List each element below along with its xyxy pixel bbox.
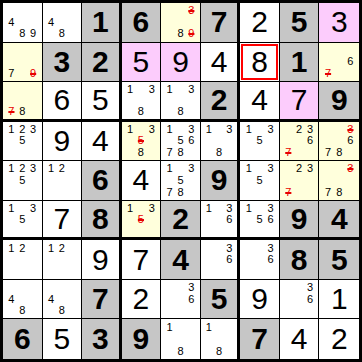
candidate-digit: 6 bbox=[265, 254, 276, 266]
candidate-grid: 3678 bbox=[319, 122, 359, 161]
cell-r4c4[interactable]: 1358 bbox=[122, 122, 162, 162]
cell-r1c5[interactable]: 389 bbox=[161, 3, 201, 43]
cell-r4c8[interactable]: 2367 bbox=[280, 122, 320, 162]
given-digit: 9 bbox=[211, 165, 228, 195]
candidate-digit: 3 bbox=[305, 163, 316, 175]
solved-digit: 4 bbox=[251, 85, 268, 115]
given-digit: 5 bbox=[331, 245, 348, 275]
cell-r6c6[interactable]: 136 bbox=[201, 201, 241, 241]
candidate-digit: 1 bbox=[243, 124, 254, 136]
candidate-digit: 8 bbox=[17, 28, 28, 40]
cell-r4c1[interactable]: 1235 bbox=[3, 122, 43, 162]
candidate-digit-eliminated: 7 bbox=[322, 68, 333, 80]
candidate-digit: 6 bbox=[224, 214, 234, 225]
cell-r5c8[interactable]: 237 bbox=[280, 161, 320, 201]
candidate-digit: 3 bbox=[146, 124, 157, 136]
cell-r7c1[interactable]: 12 bbox=[3, 240, 43, 280]
candidate-digit-eliminated: 9 bbox=[186, 28, 197, 40]
solved-digit: 4 bbox=[211, 47, 228, 77]
candidate-grid: 79 bbox=[3, 43, 42, 82]
solved-digit: 9 bbox=[172, 47, 189, 77]
candidate-grid: 237 bbox=[280, 161, 319, 200]
solved-digit: 7 bbox=[291, 85, 308, 115]
candidate-digit: 8 bbox=[175, 345, 186, 357]
given-digit: 6 bbox=[92, 165, 109, 195]
candidate-digit: 5 bbox=[17, 214, 28, 225]
candidate-grid: 389 bbox=[161, 3, 200, 42]
given-digit: 3 bbox=[53, 47, 70, 77]
candidate-digit: 6 bbox=[345, 56, 356, 68]
candidate-digit: 5 bbox=[254, 214, 265, 225]
candidate-digit: 3 bbox=[186, 282, 197, 294]
solved-digit: 7 bbox=[133, 245, 150, 275]
candidate-digit: 1 bbox=[46, 163, 57, 175]
cell-r3c2[interactable]: 6 bbox=[43, 82, 83, 122]
candidate-digit: 1 bbox=[164, 321, 175, 333]
cell-r6c9[interactable]: 4 bbox=[319, 201, 359, 241]
candidate-grid: 136 bbox=[201, 201, 238, 238]
candidate-grid: 48 bbox=[43, 3, 82, 42]
candidate-digit: 8 bbox=[175, 147, 186, 159]
solved-digit: 6 bbox=[53, 85, 70, 115]
cell-r8c7[interactable]: 9 bbox=[240, 280, 280, 320]
cell-r8c2[interactable]: 48 bbox=[43, 280, 83, 320]
cell-r2c1[interactable]: 79 bbox=[3, 43, 43, 83]
candidate-digit: 3 bbox=[146, 203, 157, 214]
cell-r9c6[interactable]: 18 bbox=[201, 319, 241, 359]
candidate-grid: 135 bbox=[240, 161, 279, 200]
cell-r2c2[interactable]: 3 bbox=[43, 43, 83, 83]
solved-digit: 5 bbox=[92, 85, 109, 115]
solved-digit: 1 bbox=[331, 284, 348, 314]
given-digit: 5 bbox=[211, 284, 228, 314]
cell-r5c5[interactable]: 13578 bbox=[161, 161, 201, 201]
candidate-grid: 135678 bbox=[161, 122, 200, 161]
sudoku-board: 4894816389725379325948167786513813824791… bbox=[0, 0, 362, 362]
candidate-grid: 36 bbox=[280, 280, 319, 319]
cell-r4c5[interactable]: 135678 bbox=[161, 122, 201, 162]
candidate-digit: 3 bbox=[28, 163, 39, 175]
cell-r5c4[interactable]: 4 bbox=[122, 161, 162, 201]
cell-r3c1[interactable]: 78 bbox=[3, 82, 43, 122]
candidate-digit: 8 bbox=[175, 106, 186, 117]
candidate-grid: 2367 bbox=[280, 122, 319, 161]
cell-r4c7[interactable]: 135 bbox=[240, 122, 280, 162]
candidate-digit-eliminated: 7 bbox=[283, 186, 294, 198]
cell-r7c7[interactable]: 36 bbox=[240, 240, 280, 280]
given-digit: 7 bbox=[211, 7, 228, 37]
given-digit: 3 bbox=[92, 324, 109, 354]
candidate-digit: 8 bbox=[214, 345, 224, 357]
candidate-digit: 8 bbox=[175, 186, 186, 198]
candidate-digit: 1 bbox=[164, 163, 175, 175]
given-digit: 6 bbox=[133, 7, 150, 37]
candidate-grid: 1356 bbox=[240, 201, 279, 238]
candidate-digit: 8 bbox=[56, 28, 67, 40]
cell-r5c2[interactable]: 12 bbox=[43, 161, 83, 201]
cell-r9c7[interactable]: 7 bbox=[240, 319, 280, 359]
cell-r2c3[interactable]: 2 bbox=[82, 43, 122, 83]
solved-digit: 4 bbox=[92, 126, 109, 156]
cell-r4c6[interactable]: 138 bbox=[201, 122, 241, 162]
cell-r1c4[interactable]: 6 bbox=[122, 3, 162, 43]
cell-r9c8[interactable]: 4 bbox=[280, 319, 320, 359]
solved-digit: 5 bbox=[53, 324, 70, 354]
candidate-digit: 7 bbox=[6, 68, 17, 80]
candidate-grid: 1235 bbox=[3, 161, 42, 200]
candidate-digit: 3 bbox=[186, 84, 197, 95]
candidate-digit-eliminated: 5 bbox=[136, 214, 147, 225]
candidate-digit: 3 bbox=[265, 163, 276, 175]
candidate-grid: 135 bbox=[3, 201, 42, 238]
candidate-digit: 3 bbox=[265, 124, 276, 136]
candidate-digit: 1 bbox=[204, 321, 214, 333]
cell-r6c5[interactable]: 2 bbox=[161, 201, 201, 241]
cell-r6c2[interactable]: 7 bbox=[43, 201, 83, 241]
candidate-digit: 1 bbox=[125, 203, 136, 214]
candidate-digit: 1 bbox=[204, 203, 214, 214]
candidate-digit: 8 bbox=[175, 28, 186, 40]
candidate-digit: 6 bbox=[345, 135, 356, 147]
cell-r1c3[interactable]: 1 bbox=[82, 3, 122, 43]
candidate-digit: 3 bbox=[305, 282, 316, 294]
candidate-digit: 2 bbox=[17, 163, 28, 175]
cell-r3c6[interactable]: 2 bbox=[201, 82, 241, 122]
solved-digit: 5 bbox=[133, 47, 150, 77]
candidate-grid: 48 bbox=[43, 280, 82, 319]
candidate-digit: 1 bbox=[243, 163, 254, 175]
cell-r1c9[interactable]: 3 bbox=[319, 3, 359, 43]
given-digit: 2 bbox=[211, 85, 228, 115]
solved-digit: 4 bbox=[291, 324, 308, 354]
candidate-digit: 7 bbox=[322, 147, 333, 159]
cell-r2c9[interactable]: 67 bbox=[319, 43, 359, 83]
cell-r4c3[interactable]: 4 bbox=[82, 122, 122, 162]
given-digit: 5 bbox=[291, 7, 308, 37]
candidate-grid: 135 bbox=[240, 122, 279, 161]
candidate-digit: 3 bbox=[28, 124, 39, 136]
cell-r3c7[interactable]: 4 bbox=[240, 82, 280, 122]
cell-r7c2[interactable]: 12 bbox=[43, 240, 83, 280]
solved-digit: 2 bbox=[251, 7, 268, 37]
cell-r7c8[interactable]: 8 bbox=[280, 240, 320, 280]
cell-r7c4[interactable]: 7 bbox=[122, 240, 162, 280]
cell-r5c3[interactable]: 6 bbox=[82, 161, 122, 201]
candidate-grid: 135 bbox=[122, 201, 161, 238]
candidate-digit: 6 bbox=[265, 214, 276, 225]
solved-digit: 9 bbox=[92, 245, 109, 275]
candidate-digit-eliminated: 7 bbox=[283, 147, 294, 159]
cell-r8c1[interactable]: 48 bbox=[3, 280, 43, 320]
candidate-digit: 8 bbox=[56, 305, 67, 317]
cell-r4c9[interactable]: 3678 bbox=[319, 122, 359, 162]
cell-r8c5[interactable]: 36 bbox=[161, 280, 201, 320]
candidate-digit: 6 bbox=[305, 293, 316, 305]
cell-r6c7[interactable]: 1356 bbox=[240, 201, 280, 241]
candidate-digit: 1 bbox=[164, 84, 175, 95]
candidate-digit: 1 bbox=[6, 124, 17, 136]
cell-r6c3[interactable]: 8 bbox=[82, 201, 122, 241]
candidate-grid: 138 bbox=[161, 82, 200, 119]
given-digit: 1 bbox=[92, 7, 109, 37]
candidate-grid: 1235 bbox=[3, 122, 42, 161]
cell-r3c9[interactable]: 9 bbox=[319, 82, 359, 122]
candidate-grid: 12 bbox=[43, 161, 82, 200]
candidate-digit: 2 bbox=[294, 124, 305, 136]
candidate-grid: 67 bbox=[319, 43, 359, 82]
given-digit: 9 bbox=[133, 324, 150, 354]
cell-r8c6[interactable]: 5 bbox=[201, 280, 241, 320]
cell-r9c4[interactable]: 9 bbox=[122, 319, 162, 359]
candidate-digit: 5 bbox=[254, 135, 265, 147]
cell-r8c4[interactable]: 2 bbox=[122, 280, 162, 320]
candidate-digit: 6 bbox=[186, 293, 197, 305]
candidate-digit: 6 bbox=[186, 135, 197, 147]
solved-digit: 3 bbox=[331, 7, 348, 37]
given-digit: 9 bbox=[291, 204, 308, 234]
candidate-digit: 3 bbox=[28, 203, 39, 214]
candidate-digit: 8 bbox=[17, 305, 28, 317]
candidate-digit: 1 bbox=[164, 124, 175, 136]
solved-digit: 2 bbox=[133, 284, 150, 314]
candidate-digit: 8 bbox=[214, 147, 224, 159]
cell-r7c6[interactable]: 36 bbox=[201, 240, 241, 280]
solved-digit: 2 bbox=[331, 324, 348, 354]
candidate-digit-eliminated: 5 bbox=[136, 135, 147, 147]
cell-r9c5[interactable]: 18 bbox=[161, 319, 201, 359]
cell-r5c1[interactable]: 1235 bbox=[3, 161, 43, 201]
candidate-grid: 18 bbox=[201, 319, 238, 359]
cell-r5c7[interactable]: 135 bbox=[240, 161, 280, 201]
cell-r7c9[interactable]: 5 bbox=[319, 240, 359, 280]
cell-r6c4[interactable]: 135 bbox=[122, 201, 162, 241]
candidate-digit: 5 bbox=[17, 135, 28, 147]
cell-r9c1[interactable]: 6 bbox=[3, 319, 43, 359]
candidate-digit: 4 bbox=[46, 17, 57, 29]
cell-r7c5[interactable]: 4 bbox=[161, 240, 201, 280]
candidate-digit: 3 bbox=[224, 124, 234, 136]
candidate-grid: 12 bbox=[43, 240, 82, 279]
cell-r9c9[interactable]: 2 bbox=[319, 319, 359, 359]
given-digit: 2 bbox=[92, 47, 109, 77]
cell-r1c7[interactable]: 2 bbox=[240, 3, 280, 43]
candidate-digit: 9 bbox=[28, 28, 39, 40]
cell-r8c9[interactable]: 1 bbox=[319, 280, 359, 320]
candidate-grid: 1358 bbox=[122, 122, 161, 161]
cell-r1c8[interactable]: 5 bbox=[280, 3, 320, 43]
cell-r2c4[interactable]: 5 bbox=[122, 43, 162, 83]
candidate-grid: 36 bbox=[240, 240, 279, 279]
candidate-grid: 378 bbox=[319, 161, 359, 200]
given-digit: 4 bbox=[331, 204, 348, 234]
cell-r6c1[interactable]: 135 bbox=[3, 201, 43, 241]
candidate-digit: 5 bbox=[254, 175, 265, 187]
candidate-grid: 78 bbox=[3, 82, 42, 119]
candidate-grid: 48 bbox=[3, 280, 42, 319]
cell-r3c5[interactable]: 138 bbox=[161, 82, 201, 122]
candidate-digit: 1 bbox=[46, 242, 57, 254]
candidate-digit: 3 bbox=[186, 163, 197, 175]
cell-r8c8[interactable]: 36 bbox=[280, 280, 320, 320]
given-digit: 7 bbox=[92, 284, 109, 314]
candidate-digit: 2 bbox=[294, 163, 305, 175]
candidate-digit: 8 bbox=[136, 106, 147, 117]
solved-digit: 8 bbox=[251, 47, 268, 77]
given-digit: 8 bbox=[291, 245, 308, 275]
solved-digit: 9 bbox=[53, 126, 70, 156]
candidate-digit: 5 bbox=[175, 175, 186, 187]
candidate-digit: 7 bbox=[164, 147, 175, 159]
candidate-grid: 138 bbox=[201, 122, 238, 161]
cell-r6c8[interactable]: 9 bbox=[280, 201, 320, 241]
cell-r2c5[interactable]: 9 bbox=[161, 43, 201, 83]
given-digit: 8 bbox=[92, 204, 109, 234]
candidate-digit: 5 bbox=[17, 175, 28, 187]
candidate-digit-eliminated: 7 bbox=[6, 106, 17, 117]
given-digit: 6 bbox=[14, 324, 31, 354]
solved-digit: 7 bbox=[53, 204, 70, 234]
candidate-digit: 8 bbox=[334, 147, 345, 159]
given-digit: 4 bbox=[172, 245, 189, 275]
candidate-digit: 1 bbox=[6, 163, 17, 175]
candidate-digit: 6 bbox=[224, 254, 234, 266]
cell-r1c1[interactable]: 489 bbox=[3, 3, 43, 43]
cell-r3c3[interactable]: 5 bbox=[82, 82, 122, 122]
cell-r2c6[interactable]: 4 bbox=[201, 43, 241, 83]
given-digit: 9 bbox=[331, 85, 348, 115]
candidate-digit: 8 bbox=[334, 186, 345, 198]
cell-r3c4[interactable]: 138 bbox=[122, 82, 162, 122]
candidate-digit: 6 bbox=[305, 135, 316, 147]
cell-r2c8[interactable]: 1 bbox=[280, 43, 320, 83]
candidate-grid: 12 bbox=[3, 240, 42, 279]
candidate-digit: 2 bbox=[56, 242, 67, 254]
cell-r5c6[interactable]: 9 bbox=[201, 161, 241, 201]
candidate-grid: 18 bbox=[161, 319, 200, 359]
cell-r9c3[interactable]: 3 bbox=[82, 319, 122, 359]
candidate-grid: 13578 bbox=[161, 161, 200, 200]
cell-r2c7[interactable]: 8 bbox=[240, 43, 280, 83]
candidate-digit: 1 bbox=[6, 203, 17, 214]
candidate-digit: 2 bbox=[56, 163, 67, 175]
given-digit: 7 bbox=[251, 324, 268, 354]
candidate-digit-eliminated: 9 bbox=[28, 68, 39, 80]
candidate-grid: 36 bbox=[161, 280, 200, 319]
candidate-grid: 36 bbox=[201, 240, 238, 279]
cell-r8c3[interactable]: 7 bbox=[82, 280, 122, 320]
candidate-digit: 7 bbox=[322, 186, 333, 198]
candidate-digit-eliminated: 3 bbox=[345, 163, 356, 175]
candidate-digit: 3 bbox=[146, 84, 157, 95]
candidate-digit: 1 bbox=[125, 124, 136, 136]
candidate-digit: 7 bbox=[164, 186, 175, 198]
solved-digit: 9 bbox=[251, 284, 268, 314]
cell-r3c8[interactable]: 7 bbox=[280, 82, 320, 122]
candidate-digit: 1 bbox=[243, 203, 254, 214]
cell-r1c2[interactable]: 48 bbox=[43, 3, 83, 43]
candidate-grid: 138 bbox=[122, 82, 161, 119]
solved-digit: 4 bbox=[133, 165, 150, 195]
candidate-digit: 4 bbox=[6, 293, 17, 305]
candidate-digit: 8 bbox=[17, 106, 28, 117]
cell-r5c9[interactable]: 378 bbox=[319, 161, 359, 201]
candidate-digit: 4 bbox=[46, 293, 57, 305]
cell-r9c2[interactable]: 5 bbox=[43, 319, 83, 359]
cell-r1c6[interactable]: 7 bbox=[201, 3, 241, 43]
candidate-digit: 4 bbox=[6, 17, 17, 29]
candidate-digit-eliminated: 3 bbox=[186, 5, 197, 17]
candidate-digit: 5 bbox=[175, 135, 186, 147]
candidate-grid: 489 bbox=[3, 3, 42, 42]
cell-r7c3[interactable]: 9 bbox=[82, 240, 122, 280]
candidate-digit: 8 bbox=[136, 147, 147, 159]
given-digit: 1 bbox=[291, 47, 308, 77]
given-digit: 2 bbox=[172, 204, 189, 234]
candidate-digit: 1 bbox=[125, 84, 136, 95]
candidate-digit: 1 bbox=[6, 242, 17, 254]
candidate-digit: 2 bbox=[17, 242, 28, 254]
cell-r4c2[interactable]: 9 bbox=[43, 122, 83, 162]
candidate-digit: 1 bbox=[204, 124, 214, 136]
